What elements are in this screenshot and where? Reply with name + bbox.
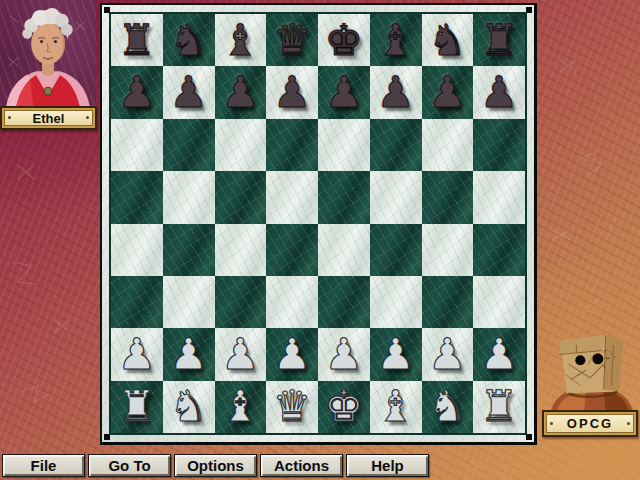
white-pawn[interactable]: ♟ [325, 333, 364, 376]
square-a4[interactable] [111, 224, 163, 276]
square-a3[interactable] [111, 276, 163, 328]
square-a5[interactable] [111, 171, 163, 223]
square-d7[interactable]: ♟ [266, 66, 318, 118]
white-pawn[interactable]: ♟ [221, 333, 260, 376]
menu-button-goto[interactable]: Go To [88, 454, 171, 477]
black-pawn[interactable]: ♟ [428, 71, 467, 114]
square-b5[interactable] [163, 171, 215, 223]
square-b4[interactable] [163, 224, 215, 276]
player-name-white: OPCG [546, 414, 634, 433]
square-d2[interactable]: ♟ [266, 328, 318, 380]
square-g5[interactable] [422, 171, 474, 223]
black-rook[interactable]: ♜ [118, 19, 157, 62]
white-bishop[interactable]: ♝ [221, 385, 260, 428]
white-pawn[interactable]: ♟ [376, 333, 415, 376]
square-a6[interactable] [111, 119, 163, 171]
board-corner-marker [526, 7, 532, 13]
square-g2[interactable]: ♟ [422, 328, 474, 380]
square-h7[interactable]: ♟ [473, 66, 525, 118]
square-c1[interactable]: ♝ [215, 381, 267, 433]
black-pawn[interactable]: ♟ [480, 71, 519, 114]
square-h8[interactable]: ♜ [473, 14, 525, 66]
square-e5[interactable] [318, 171, 370, 223]
black-pawn[interactable]: ♟ [118, 71, 157, 114]
square-g4[interactable] [422, 224, 474, 276]
square-e4[interactable] [318, 224, 370, 276]
square-b2[interactable]: ♟ [163, 328, 215, 380]
white-knight[interactable]: ♞ [169, 385, 208, 428]
square-f1[interactable]: ♝ [370, 381, 422, 433]
black-bishop[interactable]: ♝ [221, 19, 260, 62]
square-b6[interactable] [163, 119, 215, 171]
menu-bar: File Go To Options Actions Help [2, 454, 429, 477]
white-pawn[interactable]: ♟ [428, 333, 467, 376]
square-c3[interactable] [215, 276, 267, 328]
square-e8[interactable]: ♚ [318, 14, 370, 66]
black-pawn[interactable]: ♟ [169, 71, 208, 114]
square-g6[interactable] [422, 119, 474, 171]
menu-button-file[interactable]: File [2, 454, 85, 477]
menu-button-help[interactable]: Help [346, 454, 429, 477]
black-pawn[interactable]: ♟ [376, 71, 415, 114]
square-c6[interactable] [215, 119, 267, 171]
white-queen[interactable]: ♛ [273, 385, 312, 428]
square-b3[interactable] [163, 276, 215, 328]
square-g3[interactable] [422, 276, 474, 328]
player-portrait-ethel [0, 0, 96, 106]
white-pawn[interactable]: ♟ [273, 333, 312, 376]
black-king[interactable]: ♚ [325, 19, 364, 62]
square-b7[interactable]: ♟ [163, 66, 215, 118]
black-pawn[interactable]: ♟ [325, 71, 364, 114]
square-g1[interactable]: ♞ [422, 381, 474, 433]
square-h5[interactable] [473, 171, 525, 223]
square-c2[interactable]: ♟ [215, 328, 267, 380]
black-knight[interactable]: ♞ [169, 19, 208, 62]
square-g8[interactable]: ♞ [422, 14, 474, 66]
white-bishop[interactable]: ♝ [376, 385, 415, 428]
player-name-black: Ethel [4, 110, 93, 126]
board-squares-grid: ♜♞♝♛♚♝♞♜♟♟♟♟♟♟♟♟♟♟♟♟♟♟♟♟♜♞♝♛♚♝♞♜ [109, 12, 527, 435]
square-d8[interactable]: ♛ [266, 14, 318, 66]
square-b1[interactable]: ♞ [163, 381, 215, 433]
black-queen[interactable]: ♛ [273, 19, 312, 62]
menu-button-options[interactable]: Options [174, 454, 257, 477]
square-e1[interactable]: ♚ [318, 381, 370, 433]
square-h1[interactable]: ♜ [473, 381, 525, 433]
square-a7[interactable]: ♟ [111, 66, 163, 118]
square-d6[interactable] [266, 119, 318, 171]
square-h4[interactable] [473, 224, 525, 276]
square-b8[interactable]: ♞ [163, 14, 215, 66]
black-rook[interactable]: ♜ [480, 19, 519, 62]
board-corner-marker [104, 434, 110, 440]
square-h3[interactable] [473, 276, 525, 328]
square-d5[interactable] [266, 171, 318, 223]
white-rook[interactable]: ♜ [118, 385, 157, 428]
menu-button-actions[interactable]: Actions [260, 454, 343, 477]
board-corner-marker [526, 434, 532, 440]
black-bishop[interactable]: ♝ [376, 19, 415, 62]
player-portrait-opcg [546, 331, 638, 411]
square-e2[interactable]: ♟ [318, 328, 370, 380]
square-e7[interactable]: ♟ [318, 66, 370, 118]
white-king[interactable]: ♚ [325, 385, 364, 428]
white-pawn[interactable]: ♟ [169, 333, 208, 376]
square-c4[interactable] [215, 224, 267, 276]
square-f6[interactable] [370, 119, 422, 171]
square-h2[interactable]: ♟ [473, 328, 525, 380]
white-knight[interactable]: ♞ [428, 385, 467, 428]
square-f5[interactable] [370, 171, 422, 223]
square-e3[interactable] [318, 276, 370, 328]
square-f7[interactable]: ♟ [370, 66, 422, 118]
square-d1[interactable]: ♛ [266, 381, 318, 433]
black-pawn[interactable]: ♟ [273, 71, 312, 114]
square-f3[interactable] [370, 276, 422, 328]
nameplate-ethel: Ethel [0, 106, 97, 130]
square-f4[interactable] [370, 224, 422, 276]
square-e6[interactable] [318, 119, 370, 171]
square-d4[interactable] [266, 224, 318, 276]
black-knight[interactable]: ♞ [428, 19, 467, 62]
board-corner-marker [104, 7, 110, 13]
square-c8[interactable]: ♝ [215, 14, 267, 66]
square-a2[interactable]: ♟ [111, 328, 163, 380]
square-c7[interactable]: ♟ [215, 66, 267, 118]
square-a8[interactable]: ♜ [111, 14, 163, 66]
elderly-woman-illustration [0, 0, 96, 106]
square-h6[interactable] [473, 119, 525, 171]
black-pawn[interactable]: ♟ [221, 71, 260, 114]
square-g7[interactable]: ♟ [422, 66, 474, 118]
square-a1[interactable]: ♜ [111, 381, 163, 433]
nameplate-opcg: OPCG [542, 410, 638, 437]
square-f8[interactable]: ♝ [370, 14, 422, 66]
square-c5[interactable] [215, 171, 267, 223]
chess-board: ♜♞♝♛♚♝♞♜♟♟♟♟♟♟♟♟♟♟♟♟♟♟♟♟♜♞♝♛♚♝♞♜ [100, 3, 537, 445]
white-rook[interactable]: ♜ [480, 385, 519, 428]
square-f2[interactable]: ♟ [370, 328, 422, 380]
paper-bag-head-illustration [546, 331, 638, 411]
white-pawn[interactable]: ♟ [118, 333, 157, 376]
white-pawn[interactable]: ♟ [480, 333, 519, 376]
square-d3[interactable] [266, 276, 318, 328]
